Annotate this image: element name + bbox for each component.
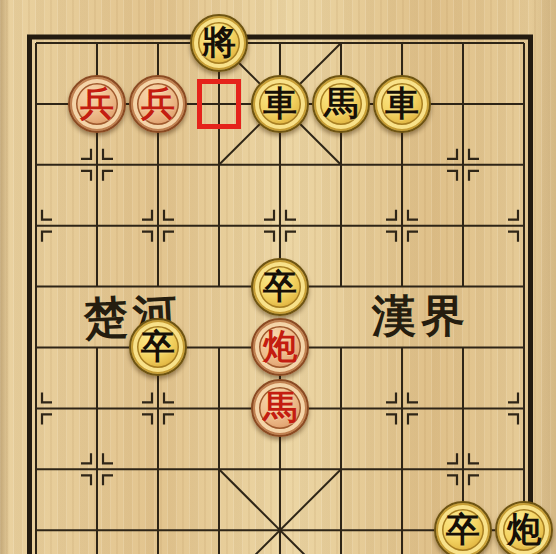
piece-red-horse[interactable]: 馬: [251, 379, 309, 437]
piece-black-general[interactable]: 將: [190, 14, 248, 72]
piece-red-cannon[interactable]: 炮: [251, 318, 309, 376]
piece-black-cannon[interactable]: 炮: [495, 501, 553, 554]
piece-black-chariot-left[interactable]: 車: [251, 75, 309, 133]
piece-black-soldier-right[interactable]: 卒: [434, 501, 492, 554]
board-intersections: 將兵兵車馬車卒卒炮馬卒炮: [6, 13, 555, 554]
piece-red-soldier-b[interactable]: 兵: [129, 75, 187, 133]
piece-black-chariot-right[interactable]: 車: [373, 75, 431, 133]
last-move-marker: [197, 79, 241, 129]
piece-red-soldier-a[interactable]: 兵: [68, 75, 126, 133]
piece-black-horse[interactable]: 馬: [312, 75, 370, 133]
xiangqi-board: 楚河 漢界 將兵兵車馬車卒卒炮馬卒炮: [0, 0, 556, 554]
piece-black-soldier-center[interactable]: 卒: [251, 258, 309, 316]
piece-black-soldier-left[interactable]: 卒: [129, 318, 187, 376]
